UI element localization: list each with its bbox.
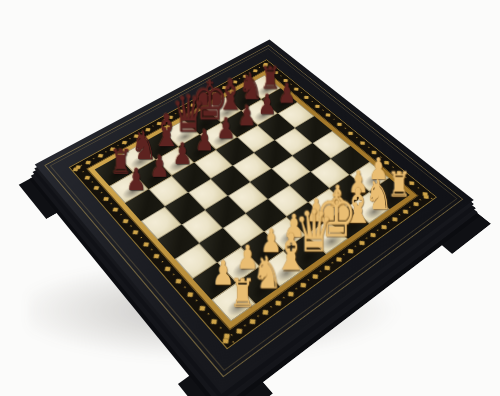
piece-black-pawn-e7[interactable]: ♟ (217, 114, 236, 143)
piece-black-pawn-a7[interactable]: ♟ (126, 165, 146, 195)
piece-black-pawn-h7[interactable]: ♟ (278, 80, 296, 108)
piece-black-pawn-g7[interactable]: ♟ (258, 91, 277, 119)
piece-white-knight-b1[interactable]: ♞ (252, 250, 282, 295)
piece-black-pawn-b7[interactable]: ♟ (150, 152, 170, 182)
scene: ◆·◆·◆·◆·◆·◆·◆·◆·◆·◆·◆·◆·◆·◆·◆·◆·◆·◆·◆·◆·… (0, 0, 500, 396)
photo-background: ◆·◆·◆·◆·◆·◆·◆·◆·◆·◆·◆·◆·◆·◆·◆·◆·◆·◆·◆·◆·… (0, 0, 500, 396)
square-a5[interactable] (141, 207, 182, 240)
chess-board: ◆·◆·◆·◆·◆·◆·◆·◆·◆·◆·◆·◆·◆·◆·◆·◆·◆·◆·◆·◆·… (35, 40, 474, 389)
square-a4[interactable] (157, 225, 199, 259)
square-c4[interactable] (205, 196, 246, 228)
piece-black-pawn-f7[interactable]: ♟ (238, 102, 257, 130)
piece-black-pawn-d7[interactable]: ♟ (195, 126, 214, 155)
piece-black-pawn-c7[interactable]: ♟ (173, 139, 193, 169)
board-frame: ◆·◆·◆·◆·◆·◆·◆·◆·◆·◆·◆·◆·◆·◆·◆·◆·◆·◆·◆·◆·… (35, 40, 474, 389)
square-h5[interactable] (295, 116, 332, 143)
square-f5[interactable] (254, 140, 292, 168)
square-g4[interactable] (292, 143, 331, 172)
piece-white-rook-a1[interactable]: ♜ (230, 273, 256, 312)
square-a3[interactable] (175, 243, 218, 279)
